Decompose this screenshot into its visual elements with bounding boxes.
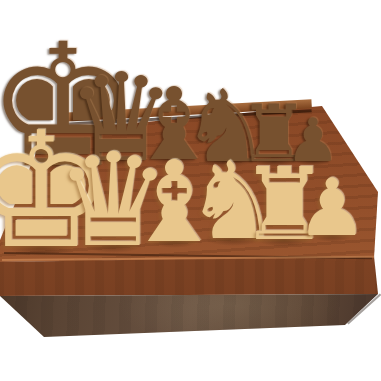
chess-set-product-photo: ♚ ♛ ♝ ♞ ♜ ♟ ♚ ♛ ♝ ♞ ♜ ♟ xyxy=(0,0,381,381)
light-pawn-piece: ♟ xyxy=(297,169,368,248)
